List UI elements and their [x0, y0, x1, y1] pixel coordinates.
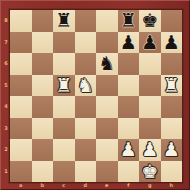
- square-g8[interactable]: ♚: [139, 10, 161, 32]
- square-e4[interactable]: [96, 96, 118, 118]
- piece-white-rook-c5[interactable]: ♜: [55, 75, 72, 97]
- square-d3[interactable]: [75, 118, 97, 140]
- square-c6[interactable]: [53, 53, 75, 75]
- square-h5[interactable]: ♜: [161, 75, 183, 97]
- square-c4[interactable]: [53, 96, 75, 118]
- square-c2[interactable]: [53, 139, 75, 161]
- square-e3[interactable]: [96, 118, 118, 140]
- rank-label-5: 5: [3, 83, 9, 88]
- square-g3[interactable]: [139, 118, 161, 140]
- piece-white-rook-h5[interactable]: ♜: [163, 75, 180, 97]
- file-label-h: h: [161, 183, 183, 189]
- square-h6[interactable]: [161, 53, 183, 75]
- piece-white-pawn-g2[interactable]: ♟: [141, 139, 158, 161]
- chess-board-frame: ♜♜♚♟♟♟♞♜♞♜♟♟♟♚ 87654321abcdefgh: [0, 0, 190, 190]
- square-d1[interactable]: [75, 161, 97, 183]
- square-f1[interactable]: [118, 161, 140, 183]
- square-b1[interactable]: [32, 161, 54, 183]
- square-b8[interactable]: [32, 10, 54, 32]
- square-a8[interactable]: [10, 10, 32, 32]
- square-c8[interactable]: ♜: [53, 10, 75, 32]
- square-h4[interactable]: [161, 96, 183, 118]
- square-d6[interactable]: [75, 53, 97, 75]
- square-d2[interactable]: [75, 139, 97, 161]
- square-g1[interactable]: ♚: [139, 161, 161, 183]
- piece-white-king-g1[interactable]: ♚: [141, 161, 158, 183]
- square-g5[interactable]: [139, 75, 161, 97]
- file-label-b: b: [32, 183, 54, 189]
- piece-white-knight-d5[interactable]: ♞: [77, 75, 94, 97]
- square-f5[interactable]: [118, 75, 140, 97]
- square-h8[interactable]: [161, 10, 183, 32]
- square-g4[interactable]: [139, 96, 161, 118]
- piece-black-rook-c8[interactable]: ♜: [55, 10, 72, 32]
- file-label-f: f: [118, 183, 140, 189]
- file-label-g: g: [139, 183, 161, 189]
- file-label-e: e: [96, 183, 118, 189]
- square-d5[interactable]: ♞: [75, 75, 97, 97]
- square-h3[interactable]: [161, 118, 183, 140]
- file-label-d: d: [75, 183, 97, 189]
- square-g6[interactable]: [139, 53, 161, 75]
- square-a6[interactable]: [10, 53, 32, 75]
- square-d7[interactable]: [75, 32, 97, 54]
- piece-black-king-g8[interactable]: ♚: [141, 10, 158, 32]
- square-h2[interactable]: ♟: [161, 139, 183, 161]
- square-d4[interactable]: [75, 96, 97, 118]
- square-h1[interactable]: [161, 161, 183, 183]
- square-c1[interactable]: [53, 161, 75, 183]
- square-b5[interactable]: [32, 75, 54, 97]
- square-b7[interactable]: [32, 32, 54, 54]
- rank-label-1: 1: [3, 169, 9, 174]
- piece-white-pawn-h2[interactable]: ♟: [163, 139, 180, 161]
- square-b3[interactable]: [32, 118, 54, 140]
- square-e1[interactable]: [96, 161, 118, 183]
- square-e8[interactable]: [96, 10, 118, 32]
- square-a5[interactable]: [10, 75, 32, 97]
- piece-black-pawn-g7[interactable]: ♟: [141, 32, 158, 54]
- square-b4[interactable]: [32, 96, 54, 118]
- square-c5[interactable]: ♜: [53, 75, 75, 97]
- square-e2[interactable]: [96, 139, 118, 161]
- piece-black-pawn-f7[interactable]: ♟: [120, 32, 137, 54]
- rank-label-8: 8: [3, 18, 9, 23]
- piece-white-pawn-f2[interactable]: ♟: [120, 139, 137, 161]
- square-f8[interactable]: ♜: [118, 10, 140, 32]
- chess-board: ♜♜♚♟♟♟♞♜♞♜♟♟♟♚: [10, 10, 182, 182]
- square-g7[interactable]: ♟: [139, 32, 161, 54]
- square-f2[interactable]: ♟: [118, 139, 140, 161]
- square-a4[interactable]: [10, 96, 32, 118]
- rank-label-7: 7: [3, 40, 9, 45]
- piece-black-knight-e6[interactable]: ♞: [98, 53, 115, 75]
- rank-label-4: 4: [3, 104, 9, 109]
- square-b2[interactable]: [32, 139, 54, 161]
- square-f4[interactable]: [118, 96, 140, 118]
- square-f3[interactable]: [118, 118, 140, 140]
- square-e7[interactable]: [96, 32, 118, 54]
- square-e6[interactable]: ♞: [96, 53, 118, 75]
- square-d8[interactable]: [75, 10, 97, 32]
- square-a1[interactable]: [10, 161, 32, 183]
- file-label-c: c: [53, 183, 75, 189]
- square-a2[interactable]: [10, 139, 32, 161]
- rank-label-3: 3: [3, 126, 9, 131]
- rank-label-2: 2: [3, 147, 9, 152]
- rank-label-6: 6: [3, 61, 9, 66]
- square-a7[interactable]: [10, 32, 32, 54]
- square-b6[interactable]: [32, 53, 54, 75]
- piece-black-pawn-h7[interactable]: ♟: [163, 32, 180, 54]
- piece-black-rook-f8[interactable]: ♜: [120, 10, 137, 32]
- square-g2[interactable]: ♟: [139, 139, 161, 161]
- square-f6[interactable]: [118, 53, 140, 75]
- square-c7[interactable]: [53, 32, 75, 54]
- square-c3[interactable]: [53, 118, 75, 140]
- square-f7[interactable]: ♟: [118, 32, 140, 54]
- file-label-a: a: [10, 183, 32, 189]
- square-h7[interactable]: ♟: [161, 32, 183, 54]
- square-e5[interactable]: [96, 75, 118, 97]
- square-a3[interactable]: [10, 118, 32, 140]
